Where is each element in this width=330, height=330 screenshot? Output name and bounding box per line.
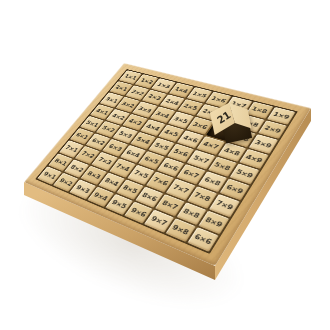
lifted-cube-3x7[interactable]: 21: [207, 99, 255, 145]
product-photo: 1×11×21×31×41×51×61×71×81×92×12×22×32×42…: [0, 0, 330, 330]
answer-value: 21: [215, 109, 233, 126]
